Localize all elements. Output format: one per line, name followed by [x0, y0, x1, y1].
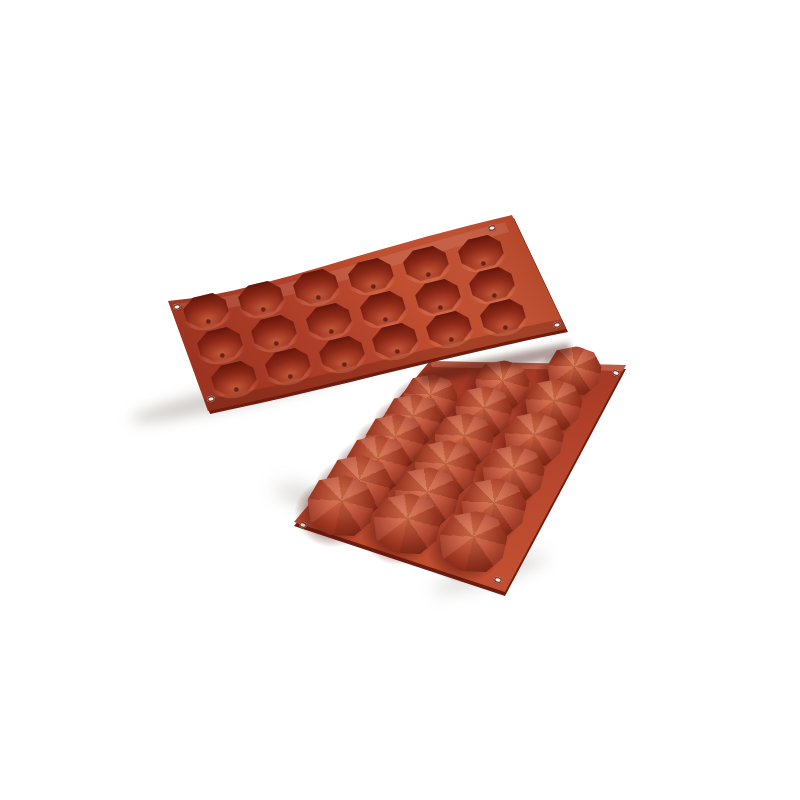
product-photo — [0, 0, 800, 800]
mold-back — [0, 0, 800, 800]
mold-back-cavities — [0, 0, 800, 800]
cavity-r3c4 — [369, 320, 421, 362]
